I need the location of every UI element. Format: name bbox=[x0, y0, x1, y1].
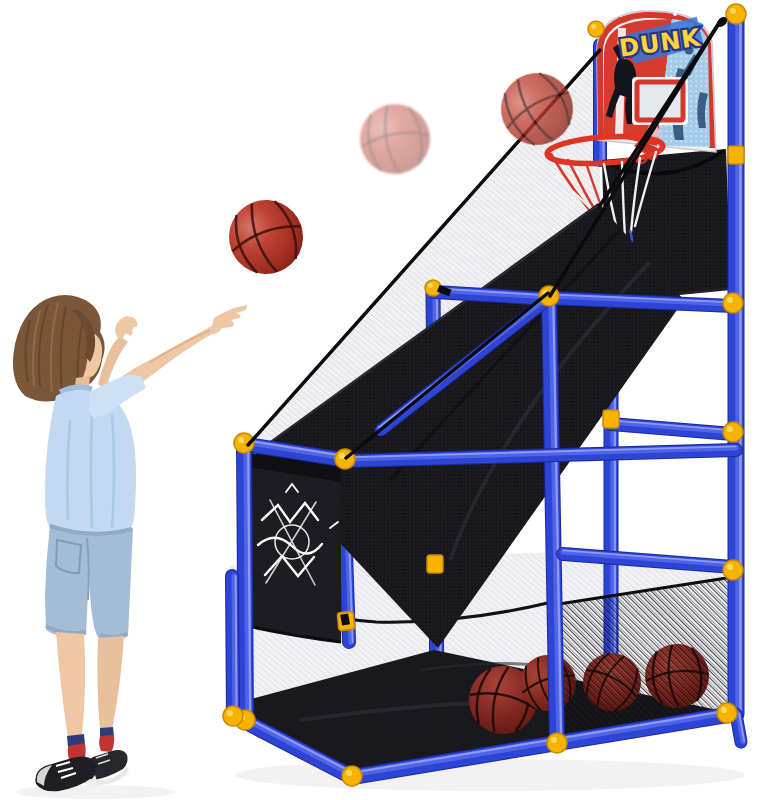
corner-connector bbox=[223, 706, 243, 726]
child-leg-left bbox=[56, 632, 85, 738]
corner-connector bbox=[723, 560, 743, 580]
corner-connector bbox=[723, 293, 743, 313]
sleeve-connector bbox=[427, 555, 443, 573]
sleeve-connector bbox=[603, 410, 619, 428]
cap-connector bbox=[726, 4, 746, 24]
sleeve-connector bbox=[728, 146, 744, 164]
child-far-hand bbox=[115, 316, 137, 339]
front-panel bbox=[243, 452, 341, 642]
corner-connector bbox=[723, 422, 743, 442]
sock-right bbox=[99, 735, 114, 752]
child bbox=[13, 295, 247, 797]
cap-connector bbox=[588, 21, 604, 37]
child-leg-right bbox=[97, 636, 124, 730]
corner-connector bbox=[717, 703, 737, 723]
product-photo: DUNK bbox=[0, 0, 783, 800]
basketball bbox=[219, 190, 314, 285]
corner-connector bbox=[547, 733, 567, 753]
corner-connector bbox=[342, 766, 362, 786]
arcade-basketball-scene: DUNK bbox=[0, 0, 783, 800]
basketball bbox=[354, 98, 435, 179]
